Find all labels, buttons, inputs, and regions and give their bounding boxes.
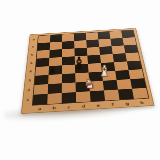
piece-white-knight-e3: ♞ <box>84 77 96 90</box>
piece-white-bishop-f4: ♝ <box>98 64 111 79</box>
product-photo: 87654321 abcdefgh ♟♝♝♞ <box>0 0 160 160</box>
piece-black-bishop-d5: ♝ <box>71 55 86 72</box>
piece-black-pawn-b5: ♟ <box>48 66 56 75</box>
pieces-layer: ♟♝♝♞ <box>0 0 160 160</box>
piece-accent-mark <box>87 83 92 86</box>
